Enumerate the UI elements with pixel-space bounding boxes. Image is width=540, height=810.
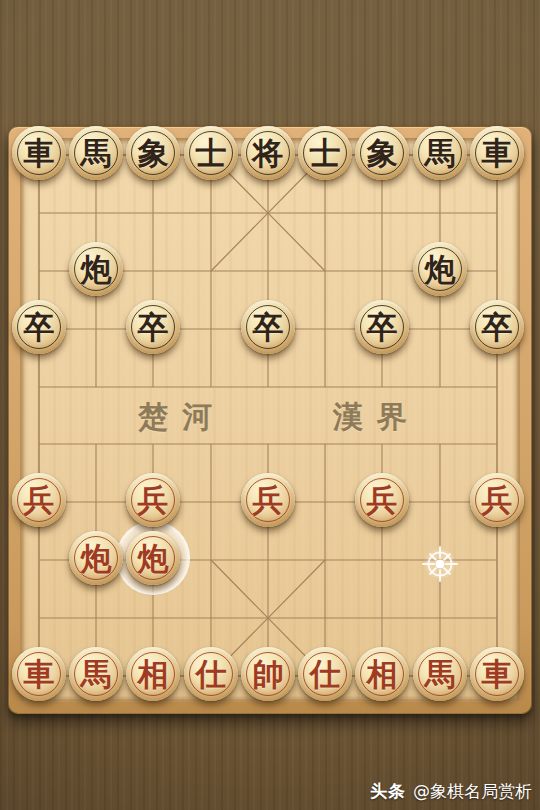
- piece-red-advisor[interactable]: 仕: [184, 647, 238, 701]
- piece-red-horse[interactable]: 馬: [413, 647, 467, 701]
- piece-red-advisor[interactable]: 仕: [298, 647, 352, 701]
- piece-red-cannon[interactable]: 炮: [126, 531, 180, 585]
- river-label-right: 漢界: [300, 398, 440, 436]
- piece-black-soldier[interactable]: 卒: [470, 300, 524, 354]
- piece-character: 炮: [413, 242, 467, 296]
- piece-character: 将: [241, 126, 295, 180]
- river-label-left: 楚河: [105, 398, 245, 436]
- piece-character: 仕: [184, 647, 238, 701]
- piece-character: 相: [355, 647, 409, 701]
- piece-red-elephant[interactable]: 相: [126, 647, 180, 701]
- piece-character: 車: [470, 126, 524, 180]
- move-origin-sparkle: [418, 542, 462, 586]
- piece-black-elephant[interactable]: 象: [355, 126, 409, 180]
- piece-character: 馬: [413, 126, 467, 180]
- piece-red-soldier[interactable]: 兵: [355, 473, 409, 527]
- piece-black-chariot[interactable]: 車: [470, 126, 524, 180]
- piece-red-soldier[interactable]: 兵: [126, 473, 180, 527]
- piece-black-soldier[interactable]: 卒: [355, 300, 409, 354]
- piece-black-cannon[interactable]: 炮: [69, 242, 123, 296]
- piece-black-advisor[interactable]: 士: [298, 126, 352, 180]
- piece-character: 士: [298, 126, 352, 180]
- piece-character: 車: [470, 647, 524, 701]
- piece-character: 卒: [12, 300, 66, 354]
- piece-character: 仕: [298, 647, 352, 701]
- piece-character: 士: [184, 126, 238, 180]
- piece-character: 炮: [69, 242, 123, 296]
- piece-black-advisor[interactable]: 士: [184, 126, 238, 180]
- piece-red-soldier[interactable]: 兵: [241, 473, 295, 527]
- piece-red-chariot[interactable]: 車: [470, 647, 524, 701]
- watermark-brand: 头条: [370, 780, 406, 803]
- table-background: { "game": "xiangqi", "position": { "fen"…: [0, 0, 540, 810]
- piece-character: 象: [126, 126, 180, 180]
- piece-black-horse[interactable]: 馬: [69, 126, 123, 180]
- piece-character: 車: [12, 647, 66, 701]
- watermark-handle: @象棋名局赏析: [413, 780, 532, 803]
- piece-black-soldier[interactable]: 卒: [12, 300, 66, 354]
- piece-black-cannon[interactable]: 炮: [413, 242, 467, 296]
- piece-character: 象: [355, 126, 409, 180]
- piece-red-elephant[interactable]: 相: [355, 647, 409, 701]
- piece-character: 炮: [126, 531, 180, 585]
- piece-character: 兵: [12, 473, 66, 527]
- piece-character: 兵: [241, 473, 295, 527]
- piece-red-soldier[interactable]: 兵: [470, 473, 524, 527]
- piece-black-soldier[interactable]: 卒: [241, 300, 295, 354]
- piece-character: 兵: [470, 473, 524, 527]
- piece-black-elephant[interactable]: 象: [126, 126, 180, 180]
- piece-red-horse[interactable]: 馬: [69, 647, 123, 701]
- piece-character: 卒: [126, 300, 180, 354]
- piece-character: 卒: [355, 300, 409, 354]
- piece-black-horse[interactable]: 馬: [413, 126, 467, 180]
- piece-character: 相: [126, 647, 180, 701]
- piece-character: 馬: [69, 647, 123, 701]
- watermark: 头条 @象棋名局赏析: [370, 779, 532, 803]
- piece-character: 炮: [69, 531, 123, 585]
- piece-red-cannon[interactable]: 炮: [69, 531, 123, 585]
- piece-character: 兵: [355, 473, 409, 527]
- piece-character: 卒: [241, 300, 295, 354]
- piece-black-chariot[interactable]: 車: [12, 126, 66, 180]
- piece-character: 帥: [241, 647, 295, 701]
- piece-character: 馬: [413, 647, 467, 701]
- piece-red-chariot[interactable]: 車: [12, 647, 66, 701]
- piece-red-general[interactable]: 帥: [241, 647, 295, 701]
- piece-character: 馬: [69, 126, 123, 180]
- piece-black-soldier[interactable]: 卒: [126, 300, 180, 354]
- piece-character: 卒: [470, 300, 524, 354]
- piece-black-general[interactable]: 将: [241, 126, 295, 180]
- piece-red-soldier[interactable]: 兵: [12, 473, 66, 527]
- piece-character: 車: [12, 126, 66, 180]
- piece-character: 兵: [126, 473, 180, 527]
